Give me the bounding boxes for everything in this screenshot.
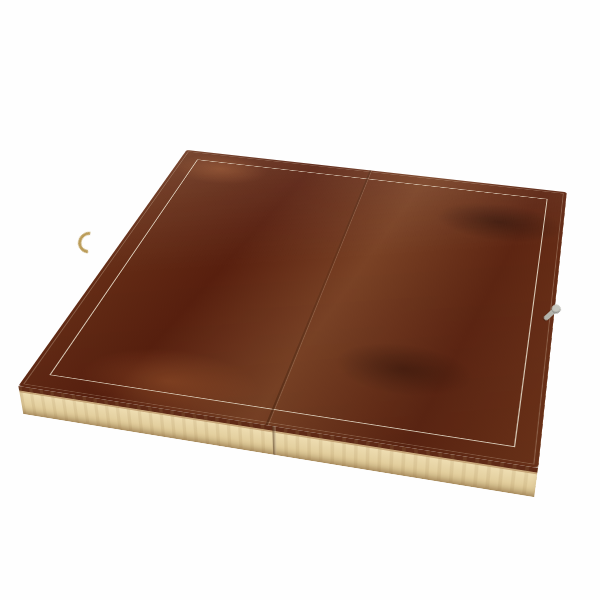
product-photo-scene — [0, 0, 600, 600]
chess-board-3d — [18, 150, 566, 468]
fold-seam-gap — [272, 426, 276, 455]
brass-hook-clasp-icon — [74, 227, 104, 257]
perspective-wrapper — [102, 52, 552, 502]
